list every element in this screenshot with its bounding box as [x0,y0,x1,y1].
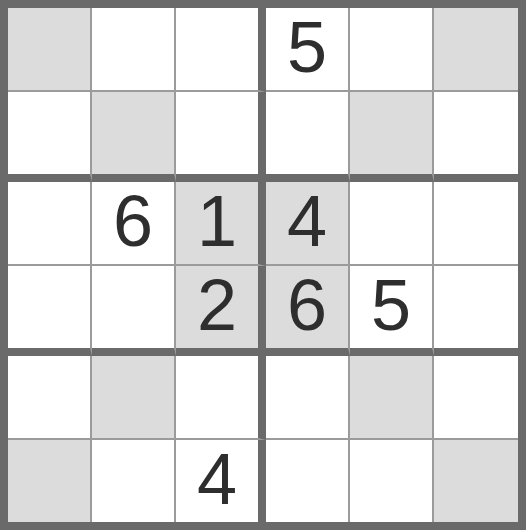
sudoku-cell-r1c4[interactable]: 5 [266,8,350,92]
sudoku-cell-r4c6[interactable] [434,266,518,356]
sudoku-cell-r2c4[interactable] [266,92,350,182]
sudoku-cell-r4c3[interactable]: 2 [176,266,266,356]
sudoku-cell-r3c5[interactable] [350,182,434,266]
sudoku-cell-r6c1[interactable] [8,440,92,522]
sudoku-cell-r3c4[interactable]: 4 [266,182,350,266]
cell-value: 2 [197,269,237,341]
sudoku-cell-r5c3[interactable] [176,356,266,440]
sudoku-cell-r5c4[interactable] [266,356,350,440]
sudoku-cell-r6c5[interactable] [350,440,434,522]
sudoku-cell-r5c6[interactable] [434,356,518,440]
sudoku-cell-r4c1[interactable] [8,266,92,356]
sudoku-cell-r5c5[interactable] [350,356,434,440]
sudoku-cell-r4c2[interactable] [92,266,176,356]
sudoku-cell-r6c3[interactable]: 4 [176,440,266,522]
cell-value: 4 [287,185,327,257]
cell-value: 6 [287,269,327,341]
sudoku-cell-r5c2[interactable] [92,356,176,440]
sudoku-cell-r5c1[interactable] [8,356,92,440]
sudoku-cell-r6c2[interactable] [92,440,176,522]
sudoku-cell-r2c2[interactable] [92,92,176,182]
sudoku-cell-r3c2[interactable]: 6 [92,182,176,266]
sudoku-cell-r1c2[interactable] [92,8,176,92]
sudoku-cell-r1c6[interactable] [434,8,518,92]
sudoku-cell-r3c1[interactable] [8,182,92,266]
sudoku-cell-r3c3[interactable]: 1 [176,182,266,266]
cell-value: 1 [197,185,237,257]
cell-value: 6 [113,185,153,257]
sudoku-cell-r4c4[interactable]: 6 [266,266,350,356]
cell-value: 5 [287,11,327,83]
cell-value: 5 [371,269,411,341]
sudoku-cell-r6c6[interactable] [434,440,518,522]
sudoku-grid: 56142654 [8,8,518,522]
sudoku-cell-r3c6[interactable] [434,182,518,266]
sudoku-cell-r1c3[interactable] [176,8,266,92]
sudoku-cell-r6c4[interactable] [266,440,350,522]
sudoku-cell-r4c5[interactable]: 5 [350,266,434,356]
sudoku-cell-r2c3[interactable] [176,92,266,182]
sudoku-cell-r2c1[interactable] [8,92,92,182]
sudoku-board: 56142654 [0,0,526,530]
cell-value: 4 [197,443,237,515]
sudoku-cell-r1c5[interactable] [350,8,434,92]
sudoku-cell-r2c5[interactable] [350,92,434,182]
sudoku-cell-r1c1[interactable] [8,8,92,92]
sudoku-cell-r2c6[interactable] [434,92,518,182]
